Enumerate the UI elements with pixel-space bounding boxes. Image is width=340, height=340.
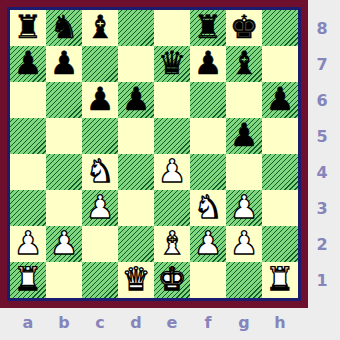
square-a3[interactable] bbox=[10, 190, 46, 226]
square-f6[interactable] bbox=[190, 82, 226, 118]
rank-label-2: 2 bbox=[309, 226, 335, 262]
square-b3[interactable] bbox=[46, 190, 82, 226]
square-d8[interactable] bbox=[118, 10, 154, 46]
square-e2[interactable]: ♝ bbox=[154, 226, 190, 262]
square-g4[interactable] bbox=[226, 154, 262, 190]
square-h5[interactable] bbox=[262, 118, 298, 154]
square-e4[interactable]: ♟ bbox=[154, 154, 190, 190]
square-c7[interactable] bbox=[82, 46, 118, 82]
square-e8[interactable] bbox=[154, 10, 190, 46]
square-e6[interactable] bbox=[154, 82, 190, 118]
square-h1[interactable]: ♜ bbox=[262, 262, 298, 298]
square-f4[interactable] bbox=[190, 154, 226, 190]
black-bishop-c8[interactable]: ♝ bbox=[86, 10, 115, 45]
square-d4[interactable] bbox=[118, 154, 154, 190]
white-pawn-f2[interactable]: ♟ bbox=[194, 226, 223, 261]
file-label-a: a bbox=[10, 309, 46, 335]
file-label-d: d bbox=[118, 309, 154, 335]
square-f5[interactable] bbox=[190, 118, 226, 154]
white-pawn-g2[interactable]: ♟ bbox=[230, 226, 259, 261]
square-g2[interactable]: ♟ bbox=[226, 226, 262, 262]
white-knight-f3[interactable]: ♞ bbox=[194, 190, 223, 225]
white-pawn-g3[interactable]: ♟ bbox=[230, 190, 259, 225]
square-d3[interactable] bbox=[118, 190, 154, 226]
square-d5[interactable] bbox=[118, 118, 154, 154]
square-h3[interactable] bbox=[262, 190, 298, 226]
black-pawn-d6[interactable]: ♟ bbox=[122, 82, 151, 117]
rank-label-7: 7 bbox=[309, 46, 335, 82]
square-h2[interactable] bbox=[262, 226, 298, 262]
square-g3[interactable]: ♟ bbox=[226, 190, 262, 226]
white-queen-d1[interactable]: ♛ bbox=[122, 262, 151, 297]
square-a5[interactable] bbox=[10, 118, 46, 154]
file-label-f: f bbox=[190, 309, 226, 335]
square-g6[interactable] bbox=[226, 82, 262, 118]
square-b7[interactable]: ♟ bbox=[46, 46, 82, 82]
rank-label-8: 8 bbox=[309, 10, 335, 46]
square-b6[interactable] bbox=[46, 82, 82, 118]
square-f8[interactable]: ♜ bbox=[190, 10, 226, 46]
square-c5[interactable] bbox=[82, 118, 118, 154]
white-pawn-a2[interactable]: ♟ bbox=[14, 226, 43, 261]
square-b2[interactable]: ♟ bbox=[46, 226, 82, 262]
square-c8[interactable]: ♝ bbox=[82, 10, 118, 46]
square-b8[interactable]: ♞ bbox=[46, 10, 82, 46]
rank-label-1: 1 bbox=[309, 262, 335, 298]
black-queen-e7[interactable]: ♛ bbox=[158, 46, 187, 81]
black-pawn-b7[interactable]: ♟ bbox=[50, 46, 79, 81]
black-pawn-a7[interactable]: ♟ bbox=[14, 46, 43, 81]
square-d1[interactable]: ♛ bbox=[118, 262, 154, 298]
white-knight-c4[interactable]: ♞ bbox=[86, 154, 115, 189]
file-labels: abcdefgh bbox=[10, 309, 298, 335]
black-pawn-f7[interactable]: ♟ bbox=[194, 46, 223, 81]
rank-label-4: 4 bbox=[309, 154, 335, 190]
black-rook-a8[interactable]: ♜ bbox=[14, 10, 43, 45]
square-g1[interactable] bbox=[226, 262, 262, 298]
square-f7[interactable]: ♟ bbox=[190, 46, 226, 82]
square-b5[interactable] bbox=[46, 118, 82, 154]
square-e1[interactable]: ♚ bbox=[154, 262, 190, 298]
square-h8[interactable] bbox=[262, 10, 298, 46]
square-h7[interactable] bbox=[262, 46, 298, 82]
file-label-e: e bbox=[154, 309, 190, 335]
square-h4[interactable] bbox=[262, 154, 298, 190]
square-f1[interactable] bbox=[190, 262, 226, 298]
square-c4[interactable]: ♞ bbox=[82, 154, 118, 190]
white-bishop-e2[interactable]: ♝ bbox=[158, 226, 187, 261]
rank-labels: 87654321 bbox=[309, 10, 335, 298]
black-pawn-g5[interactable]: ♟ bbox=[230, 118, 259, 153]
square-a1[interactable]: ♜ bbox=[10, 262, 46, 298]
square-e3[interactable] bbox=[154, 190, 190, 226]
white-pawn-b2[interactable]: ♟ bbox=[50, 226, 79, 261]
file-label-b: b bbox=[46, 309, 82, 335]
square-c2[interactable] bbox=[82, 226, 118, 262]
square-c1[interactable] bbox=[82, 262, 118, 298]
square-c3[interactable]: ♟ bbox=[82, 190, 118, 226]
rank-label-3: 3 bbox=[309, 190, 335, 226]
square-a4[interactable] bbox=[10, 154, 46, 190]
square-a2[interactable]: ♟ bbox=[10, 226, 46, 262]
black-knight-b8[interactable]: ♞ bbox=[50, 10, 79, 45]
white-pawn-e4[interactable]: ♟ bbox=[158, 154, 187, 189]
file-label-g: g bbox=[226, 309, 262, 335]
square-f3[interactable]: ♞ bbox=[190, 190, 226, 226]
square-d6[interactable]: ♟ bbox=[118, 82, 154, 118]
square-c6[interactable]: ♟ bbox=[82, 82, 118, 118]
black-king-g8[interactable]: ♚ bbox=[230, 10, 259, 45]
square-e5[interactable] bbox=[154, 118, 190, 154]
chess-board-frame: ♜♞♝♜♚♟♟♛♟♝♟♟♟♟♞♟♟♞♟♟♟♝♟♟♜♛♚♜ bbox=[0, 0, 308, 308]
square-d7[interactable] bbox=[118, 46, 154, 82]
square-e7[interactable]: ♛ bbox=[154, 46, 190, 82]
square-d2[interactable] bbox=[118, 226, 154, 262]
black-pawn-h6[interactable]: ♟ bbox=[266, 82, 295, 117]
square-b1[interactable] bbox=[46, 262, 82, 298]
file-label-h: h bbox=[262, 309, 298, 335]
white-rook-h1[interactable]: ♜ bbox=[266, 262, 295, 297]
white-king-e1[interactable]: ♚ bbox=[158, 262, 187, 297]
square-a7[interactable]: ♟ bbox=[10, 46, 46, 82]
black-pawn-c6[interactable]: ♟ bbox=[86, 82, 115, 117]
square-g8[interactable]: ♚ bbox=[226, 10, 262, 46]
square-g7[interactable]: ♝ bbox=[226, 46, 262, 82]
white-rook-a1[interactable]: ♜ bbox=[14, 262, 43, 297]
square-a6[interactable] bbox=[10, 82, 46, 118]
white-pawn-c3[interactable]: ♟ bbox=[86, 190, 115, 225]
board-grid: ♜♞♝♜♚♟♟♛♟♝♟♟♟♟♞♟♟♞♟♟♟♝♟♟♜♛♚♜ bbox=[10, 10, 298, 298]
black-bishop-g7[interactable]: ♝ bbox=[230, 46, 259, 81]
square-h6[interactable]: ♟ bbox=[262, 82, 298, 118]
square-f2[interactable]: ♟ bbox=[190, 226, 226, 262]
square-b4[interactable] bbox=[46, 154, 82, 190]
rank-label-5: 5 bbox=[309, 118, 335, 154]
file-label-c: c bbox=[82, 309, 118, 335]
chess-board-inner-border: ♜♞♝♜♚♟♟♛♟♝♟♟♟♟♞♟♟♞♟♟♟♝♟♟♜♛♚♜ bbox=[7, 7, 301, 301]
square-g5[interactable]: ♟ bbox=[226, 118, 262, 154]
black-rook-f8[interactable]: ♜ bbox=[194, 10, 223, 45]
square-a8[interactable]: ♜ bbox=[10, 10, 46, 46]
rank-label-6: 6 bbox=[309, 82, 335, 118]
